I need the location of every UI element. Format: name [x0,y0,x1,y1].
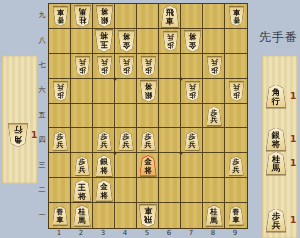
board-square[interactable] [159,104,181,129]
piece-kanji-char: 兵 [233,83,240,91]
piece-kanji-char: 飛 [166,8,174,17]
piece-kanji: 桂馬 [74,205,91,226]
piece-pawn[interactable]: 歩兵 [207,57,222,76]
piece-kanji-char: 桂 [78,15,86,24]
piece-pawn[interactable]: 歩兵 [207,107,222,126]
piece-pawn[interactable]: 歩兵 [141,57,156,76]
piece-kanji: 香車 [53,206,68,225]
piece-silver[interactable]: 銀将 [266,128,286,151]
piece-gold[interactable]: 金将 [184,31,201,52]
piece-kanji-char: 銀 [144,90,152,99]
piece-kanji-char: 将 [144,82,152,91]
board-square[interactable] [225,29,247,54]
board-square[interactable] [159,54,181,79]
board-square[interactable] [115,178,137,203]
board-square[interactable] [203,79,225,104]
shogi-board: 香車桂馬銀将飛車香車玉将金将歩兵金将歩兵歩兵歩兵歩兵歩兵歩兵銀将歩兵歩兵歩兵歩兵… [48,3,248,229]
piece-pawn[interactable]: 歩兵 [266,209,286,232]
piece-kanji-char: 兵 [145,58,152,66]
piece-kanji-char: 銀 [100,15,108,24]
board-square[interactable] [137,29,159,54]
piece-kanji: 歩兵 [119,57,134,76]
piece-kanji: 角行 [8,124,28,147]
hand-piece-count: 1 [290,91,296,101]
star-point-dot [114,77,117,80]
piece-kanji-char: 兵 [145,142,152,150]
piece-kanji: 銀将 [266,128,286,151]
hand-piece-count: 1 [290,134,296,144]
board-square[interactable] [203,178,225,203]
piece-kanji-char: 将 [100,31,108,40]
piece-bishop[interactable]: 角行 [8,124,28,147]
rank-label: 五 [37,110,47,120]
piece-kanji: 歩兵 [141,131,156,150]
piece-silver[interactable]: 銀将 [96,155,113,176]
board-square[interactable] [71,128,93,153]
piece-knight[interactable]: 桂馬 [74,205,91,226]
piece-knight[interactable]: 桂馬 [74,6,91,27]
piece-pawn[interactable]: 歩兵 [163,32,178,51]
star-point-dot [180,77,183,80]
board-square[interactable] [71,79,93,104]
piece-rook[interactable]: 飛車 [161,5,179,27]
piece-silver[interactable]: 銀将 [96,6,113,27]
piece-gold[interactable]: 金将 [140,155,157,176]
board-square[interactable] [159,79,181,104]
piece-pawn[interactable]: 歩兵 [119,57,134,76]
piece-knight[interactable]: 桂馬 [266,152,286,175]
turn-indicator: 先手番 [259,29,300,46]
piece-kanji-char: 角 [14,134,23,144]
board-square[interactable] [225,104,247,129]
piece-kanji-char: 歩 [79,65,86,73]
rank-label: 一 [37,210,47,220]
piece-pawn[interactable]: 歩兵 [185,131,200,150]
piece-pawn[interactable]: 歩兵 [229,156,244,175]
piece-kanji-char: 将 [188,32,196,41]
piece-kanji-char: 将 [144,167,152,176]
piece-kanji-char: 馬 [78,217,86,226]
file-label: 8 [208,229,218,237]
piece-kanji: 歩兵 [185,131,200,150]
rank-label: 七 [37,60,47,70]
file-label: 6 [164,229,174,237]
board-square[interactable] [71,104,93,129]
piece-kanji-char: 車 [233,217,240,225]
piece-kanji-char: 兵 [101,58,108,66]
piece-kanji: 王将 [73,180,91,202]
piece-kanji-char: 馬 [78,7,86,16]
board-square[interactable] [203,153,225,178]
file-label: 2 [76,229,86,237]
piece-kanji-char: 歩 [145,65,152,73]
board-square[interactable] [181,104,203,129]
board-square[interactable] [203,128,225,153]
piece-kanji-char: 兵 [79,58,86,66]
piece-kanji: 銀将 [140,81,157,102]
board-square[interactable] [225,54,247,79]
piece-kanji-char: 歩 [123,65,130,73]
piece-kanji: 歩兵 [97,131,112,150]
piece-kanji-char: 車 [57,217,64,225]
hand-piece-count: 1 [31,130,37,140]
piece-kanji-char: 車 [233,8,240,16]
piece-pawn[interactable]: 歩兵 [97,131,112,150]
board-square[interactable] [181,153,203,178]
piece-pawn[interactable]: 歩兵 [53,131,68,150]
piece-gold[interactable]: 金将 [96,180,113,201]
piece-kanji: 歩兵 [53,131,68,150]
piece-kanji-char: 歩 [167,40,174,48]
piece-kanji: 金将 [118,31,135,52]
piece-kanji-char: 兵 [123,142,130,150]
piece-kanji: 歩兵 [185,82,200,101]
board-square[interactable] [49,178,71,203]
piece-king[interactable]: 王将 [73,180,91,202]
piece-kanji-char: 金 [122,40,130,49]
board-square[interactable] [115,203,137,228]
piece-kanji: 歩兵 [163,32,178,51]
board-square[interactable] [115,4,137,29]
piece-kanji-char: 歩 [233,90,240,98]
piece-kanji: 歩兵 [53,82,68,101]
piece-kanji-char: 兵 [233,167,240,175]
board-square[interactable] [181,4,203,29]
piece-kanji: 歩兵 [229,82,244,101]
board-square[interactable] [159,178,181,203]
piece-pawn[interactable]: 歩兵 [97,57,112,76]
piece-kanji-char: 兵 [189,142,196,150]
piece-kanji-char: 行 [14,125,23,135]
piece-kanji: 香車 [229,206,244,225]
piece-pawn[interactable]: 歩兵 [229,82,244,101]
star-point-dot [180,152,183,155]
board-square[interactable] [115,153,137,178]
piece-kanji: 歩兵 [207,57,222,76]
piece-kanji: 金将 [96,180,113,201]
piece-kanji: 銀将 [96,155,113,176]
star-point-dot [114,152,117,155]
piece-kanji-char: 香 [57,15,64,23]
piece-kanji: 銀将 [96,6,113,27]
piece-kanji-char: 香 [233,15,240,23]
piece-kanji-char: 歩 [211,65,218,73]
piece-kanji: 香車 [53,7,68,26]
board-square[interactable] [159,203,181,228]
piece-kanji-char: 金 [188,40,196,49]
piece-kanji-char: 兵 [57,142,64,150]
board-square[interactable] [159,153,181,178]
piece-pawn[interactable]: 歩兵 [141,131,156,150]
board-square[interactable] [137,178,159,203]
board-square[interactable] [225,178,247,203]
rank-label: 六 [37,85,47,95]
board-square[interactable] [93,79,115,104]
piece-lance[interactable]: 香車 [229,7,244,26]
piece-pawn[interactable]: 歩兵 [53,82,68,101]
board-square[interactable] [115,104,137,129]
piece-kanji-char: 行 [272,97,281,107]
rank-label: 九 [37,10,47,20]
piece-kanji-char: 兵 [211,58,218,66]
piece-silver[interactable]: 銀将 [140,81,157,102]
piece-kanji-char: 車 [57,8,64,16]
piece-kanji: 歩兵 [229,156,244,175]
board-square[interactable] [49,153,71,178]
piece-kanji-char: 将 [100,192,108,201]
rank-label: 四 [37,135,47,145]
piece-kanji: 歩兵 [75,156,90,175]
piece-king[interactable]: 玉将 [95,30,113,52]
board-square[interactable] [181,178,203,203]
piece-gold[interactable]: 金将 [118,31,135,52]
piece-pawn[interactable]: 歩兵 [119,131,134,150]
piece-rook[interactable]: 飛車 [139,205,157,227]
board-square[interactable] [49,54,71,79]
piece-kanji: 歩兵 [207,107,222,126]
piece-bishop[interactable]: 角行 [266,85,286,108]
piece-kanji: 歩兵 [141,57,156,76]
piece-kanji: 歩兵 [75,57,90,76]
board-square[interactable] [137,104,159,129]
piece-pawn[interactable]: 歩兵 [185,82,200,101]
piece-kanji: 金将 [184,31,201,52]
board-square[interactable] [181,203,203,228]
piece-kanji: 桂馬 [74,6,91,27]
piece-kanji-char: 馬 [210,217,218,226]
piece-kanji: 香車 [229,7,244,26]
rank-label: 二 [37,185,47,195]
piece-kanji-char: 飛 [144,215,152,224]
piece-kanji-char: 将 [100,7,108,16]
board-square[interactable] [49,104,71,129]
piece-kanji-char: 将 [78,192,86,201]
board-square[interactable] [71,29,93,54]
piece-kanji-char: 玉 [100,40,108,49]
rank-label: 三 [37,160,47,170]
board-square[interactable] [93,203,115,228]
piece-kanji-char: 将 [272,140,281,150]
file-label: 3 [98,229,108,237]
hand-piece-count: 1 [290,215,296,225]
board-square[interactable] [225,128,247,153]
piece-knight[interactable]: 桂馬 [206,205,223,226]
shogi-app: { "game": "shogi", "turn_indicator": "先手… [0,0,300,238]
piece-kanji: 桂馬 [266,152,286,175]
piece-kanji-char: 兵 [211,117,218,125]
piece-pawn[interactable]: 歩兵 [75,156,90,175]
piece-lance[interactable]: 香車 [229,206,244,225]
board-square[interactable] [159,128,181,153]
piece-kanji-char: 王 [78,183,86,192]
file-label: 5 [142,229,152,237]
piece-kanji: 金将 [140,155,157,176]
piece-kanji-char: 歩 [101,65,108,73]
piece-kanji: 角行 [266,85,286,108]
piece-kanji-char: 車 [144,206,152,215]
hand-piece-count: 1 [290,158,296,168]
piece-kanji-char: 兵 [189,83,196,91]
board-square[interactable] [203,4,225,29]
board-square[interactable] [115,79,137,104]
piece-lance[interactable]: 香車 [53,7,68,26]
board-square[interactable] [181,54,203,79]
piece-kanji-char: 将 [122,32,130,41]
board-square[interactable] [93,104,115,129]
piece-kanji-char: 将 [100,167,108,176]
piece-kanji-char: 歩 [57,90,64,98]
piece-kanji-char: 兵 [101,142,108,150]
board-square[interactable] [137,4,159,29]
piece-kanji-char: 兵 [57,83,64,91]
file-label: 1 [54,229,64,237]
piece-lance[interactable]: 香車 [53,206,68,225]
file-label: 7 [186,229,196,237]
piece-pawn[interactable]: 歩兵 [75,57,90,76]
piece-kanji: 飛車 [161,5,179,27]
piece-kanji-char: 車 [166,17,174,26]
piece-kanji-char: 兵 [167,33,174,41]
file-label: 9 [230,229,240,237]
piece-kanji-char: 兵 [79,167,86,175]
komadai-sente-hand [2,55,38,184]
piece-kanji: 歩兵 [97,57,112,76]
piece-kanji: 玉将 [95,30,113,52]
board-square[interactable] [49,29,71,54]
piece-kanji: 桂馬 [206,205,223,226]
piece-kanji: 歩兵 [119,131,134,150]
piece-kanji-char: 歩 [189,90,196,98]
piece-kanji: 歩兵 [266,209,286,232]
board-square[interactable] [203,29,225,54]
piece-kanji-char: 兵 [123,58,130,66]
piece-kanji: 飛車 [139,205,157,227]
piece-kanji-char: 兵 [272,221,281,231]
file-label: 4 [120,229,130,237]
piece-kanji-char: 馬 [272,164,281,174]
rank-label: 八 [37,35,47,45]
